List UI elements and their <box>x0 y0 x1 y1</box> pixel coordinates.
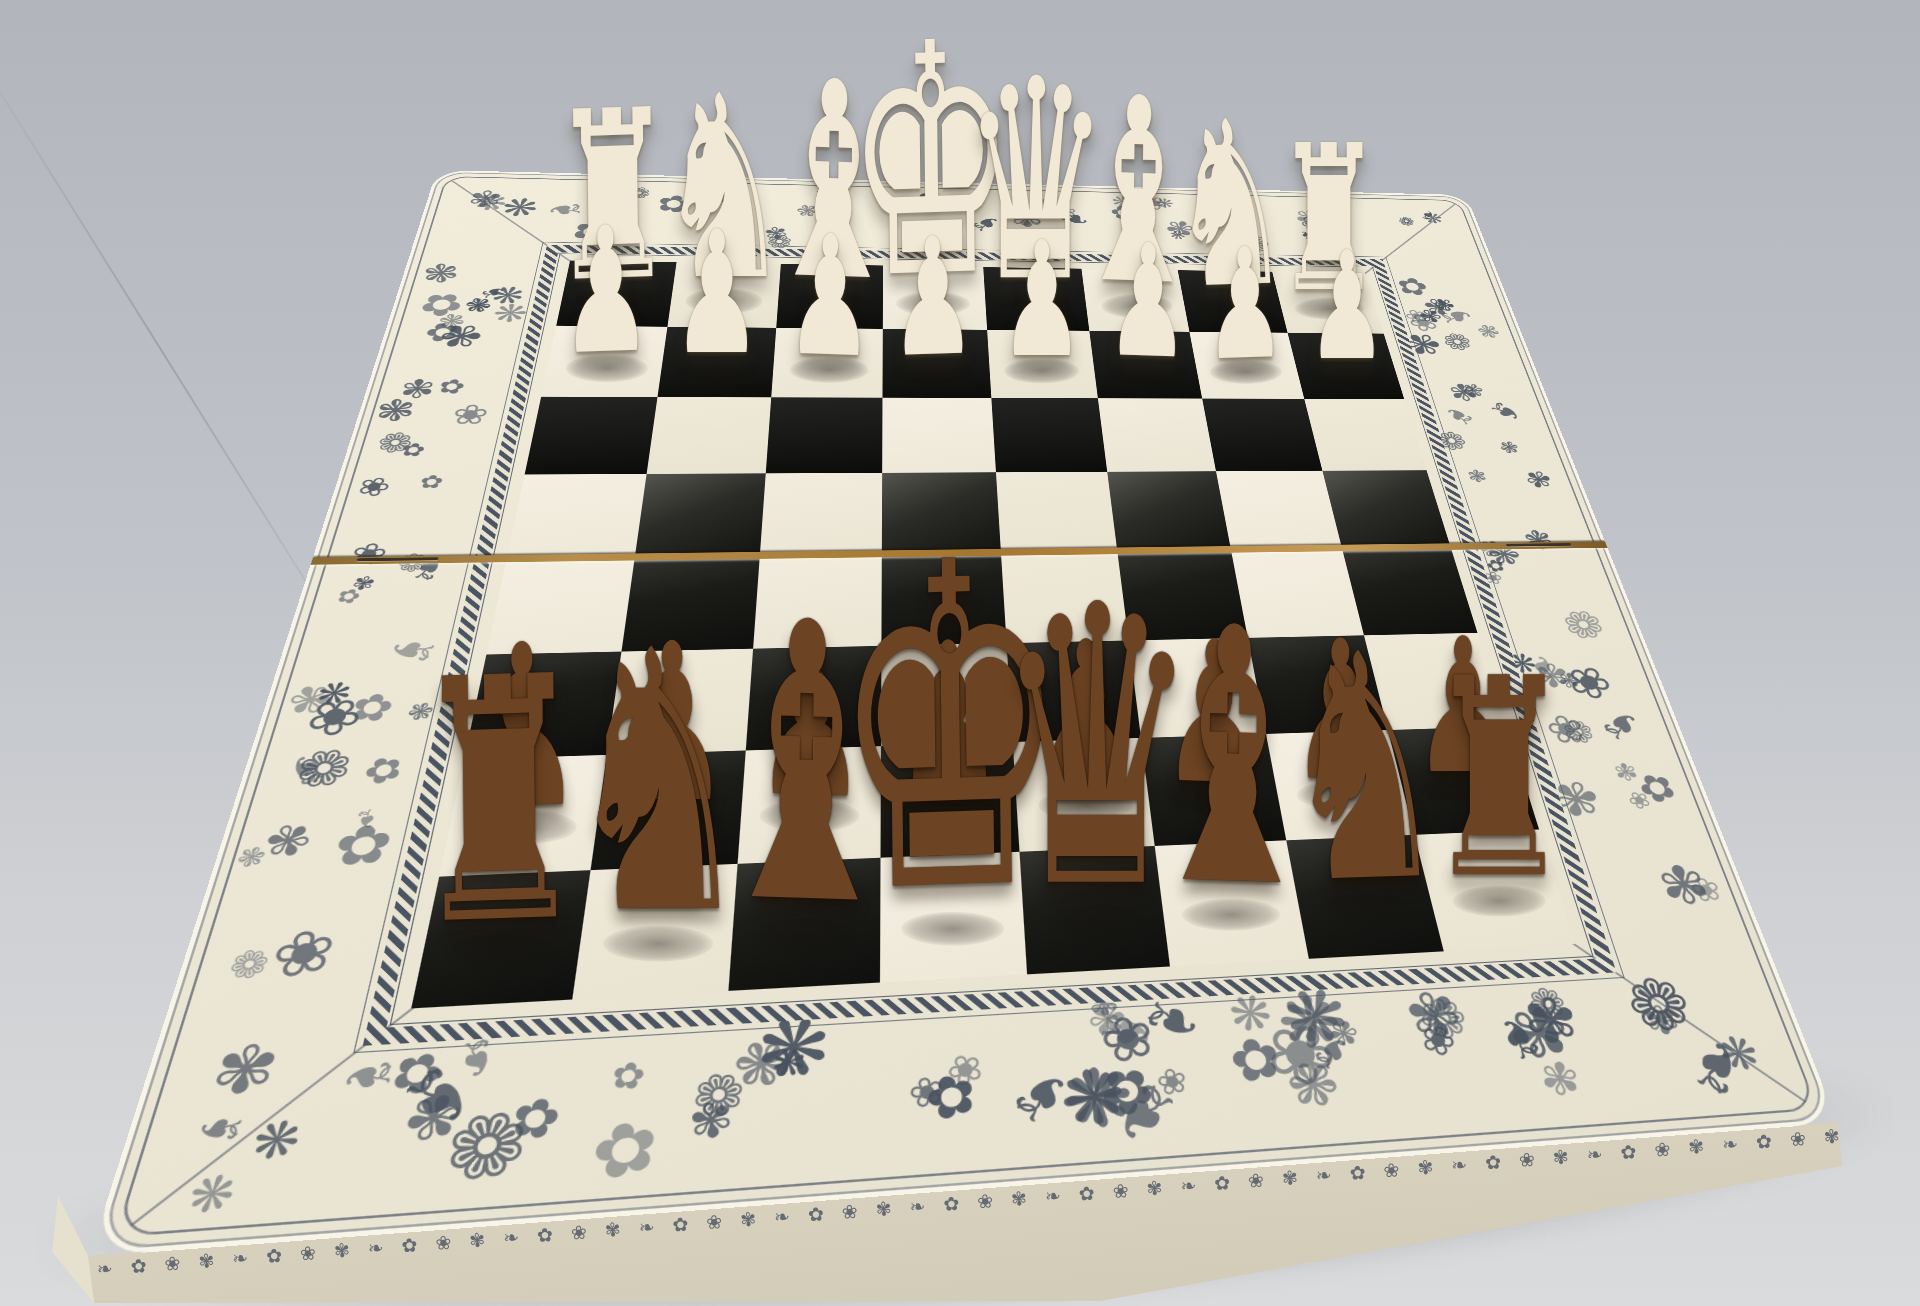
piece-white-pawn: ♟ <box>559 203 653 379</box>
piece-white-pawn: ♟ <box>1308 232 1387 381</box>
piece-white-pawn: ♟ <box>1106 223 1190 381</box>
piece-white-pawn: ♟ <box>1204 227 1287 382</box>
piece-white-pawn: ♟ <box>672 209 762 379</box>
piece-white-pawn: ♟ <box>785 212 875 381</box>
pieces-layer: ♜♞♝♚♛♝♞♜♟♟♟♟♟♟♟♟♟♟♟♟♟♟♟♟♜♞♝♚♛♝♞♜ <box>0 0 1920 1306</box>
photo-of-antique-chessboard: ❧ ✿ ❀ ✾ ❧ ✿ ❀ ✾ ❧ ✿ ❀ ✾ ❧ ✿ ❀ ✾ ❧ ✿ ❀ ✾ … <box>0 0 1920 1306</box>
piece-black-knight: ♞ <box>1281 611 1450 928</box>
piece-white-pawn: ♟ <box>889 216 977 381</box>
piece-black-rook: ♜ <box>1427 643 1572 917</box>
piece-white-pawn: ♟ <box>1000 221 1084 380</box>
